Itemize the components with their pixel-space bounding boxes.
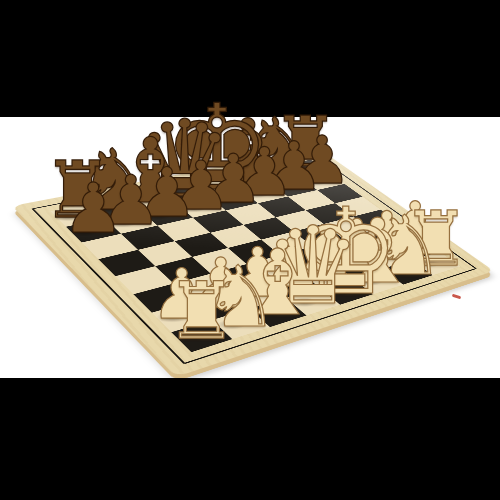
brand-stamp xyxy=(452,294,461,300)
letterbox-top xyxy=(0,0,500,117)
letterbox-bottom xyxy=(0,378,500,500)
chess-board xyxy=(12,148,494,377)
product-photo: Wooden chess set in the starting positio… xyxy=(0,0,500,500)
playing-area xyxy=(50,160,460,352)
